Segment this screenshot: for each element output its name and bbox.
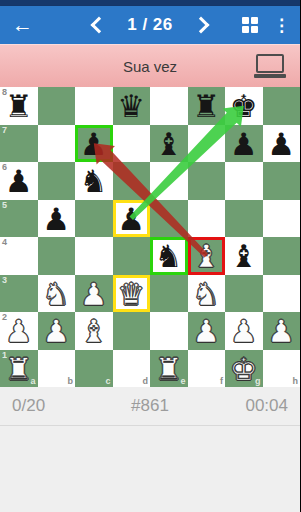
square-b2[interactable]: ♟ (38, 312, 76, 350)
square-h6[interactable] (263, 162, 301, 200)
previous-puzzle-icon[interactable] (91, 17, 108, 34)
timer: 00:04 (196, 396, 288, 416)
square-c1[interactable]: c (75, 350, 113, 388)
square-c8[interactable] (75, 87, 113, 125)
file-label-b: b (68, 377, 74, 386)
file-label-g: g (255, 377, 261, 386)
puzzle-pager: 1 / 26 (93, 15, 207, 35)
square-g8[interactable]: ♚ (225, 87, 263, 125)
square-f7[interactable] (188, 125, 226, 163)
square-h8[interactable] (263, 87, 301, 125)
square-f6[interactable] (188, 162, 226, 200)
square-e1[interactable]: e♜ (150, 350, 188, 388)
piece-black-pawn-d5[interactable]: ♟ (113, 200, 151, 238)
rank-label-1: 1 (2, 351, 7, 360)
piece-white-pawn-f2[interactable]: ♟ (188, 312, 226, 350)
square-a3[interactable]: 3 (0, 275, 38, 313)
square-a8[interactable]: 8♜ (0, 87, 38, 125)
square-d5[interactable]: ♟ (113, 200, 151, 238)
square-h5[interactable] (263, 200, 301, 238)
rank-label-8: 8 (2, 88, 7, 97)
overflow-menu-icon[interactable]: ⋮ (273, 17, 290, 34)
square-c5[interactable] (75, 200, 113, 238)
square-g1[interactable]: g♚ (225, 350, 263, 388)
square-f1[interactable]: f (188, 350, 226, 388)
piece-black-bishop-e7[interactable]: ♝ (150, 125, 188, 163)
puzzle-position-label: 1 / 26 (127, 15, 173, 35)
piece-black-pawn-g7[interactable]: ♟ (225, 125, 263, 163)
square-c6[interactable]: ♞ (75, 162, 113, 200)
piece-white-pawn-g2[interactable]: ♟ (225, 312, 263, 350)
square-g6[interactable] (225, 162, 263, 200)
square-d3[interactable]: ♛ (113, 275, 151, 313)
square-e2[interactable] (150, 312, 188, 350)
piece-black-pawn-h7[interactable]: ♟ (263, 125, 301, 163)
file-label-h: h (293, 377, 299, 386)
board-grid: 8♜♛♜♚7♟♝♟♟6♟♞5♟♟4♞♝♝3♞♟♛♞2♟♟♝♟♟♟1a♜bcde♜… (0, 87, 300, 387)
piece-white-pawn-b2[interactable]: ♟ (38, 312, 76, 350)
square-d1[interactable]: d (113, 350, 151, 388)
file-label-f: f (220, 377, 223, 386)
square-c3[interactable]: ♟ (75, 275, 113, 313)
square-b3[interactable]: ♞ (38, 275, 76, 313)
stats-bar: 0/20 #861 00:04 (0, 387, 300, 425)
square-e4[interactable]: ♞ (150, 237, 188, 275)
piece-white-bishop-c2[interactable]: ♝ (75, 312, 113, 350)
square-g4[interactable]: ♝ (225, 237, 263, 275)
square-a5[interactable]: 5 (0, 200, 38, 238)
piece-white-knight-b3[interactable]: ♞ (38, 275, 76, 313)
square-b1[interactable]: b (38, 350, 76, 388)
turn-banner: Sua vez (0, 44, 300, 87)
square-g2[interactable]: ♟ (225, 312, 263, 350)
piece-white-pawn-c3[interactable]: ♟ (75, 275, 113, 313)
file-label-e: e (180, 377, 185, 386)
computer-icon (254, 54, 286, 78)
square-a1[interactable]: 1a♜ (0, 350, 38, 388)
grid-menu-icon[interactable] (242, 17, 258, 33)
top-navigation-bar: ← 1 / 26 ⋮ (0, 6, 300, 44)
square-b8[interactable] (38, 87, 76, 125)
square-c7[interactable]: ♟ (75, 125, 113, 163)
square-c4[interactable] (75, 237, 113, 275)
file-label-d: d (143, 377, 149, 386)
puzzle-number: #861 (104, 396, 196, 416)
square-f8[interactable]: ♜ (188, 87, 226, 125)
square-h4[interactable] (263, 237, 301, 275)
square-b6[interactable] (38, 162, 76, 200)
square-h7[interactable]: ♟ (263, 125, 301, 163)
chess-board: 8♜♛♜♚7♟♝♟♟6♟♞5♟♟4♞♝♝3♞♟♛♞2♟♟♝♟♟♟1a♜bcde♜… (0, 87, 300, 387)
piece-black-knight-c6[interactable]: ♞ (75, 162, 113, 200)
square-b5[interactable]: ♟ (38, 200, 76, 238)
piece-black-pawn-c7[interactable]: ♟ (75, 125, 113, 163)
square-f2[interactable]: ♟ (188, 312, 226, 350)
rank-label-5: 5 (2, 201, 7, 210)
square-a2[interactable]: 2♟ (0, 312, 38, 350)
next-puzzle-icon[interactable] (192, 17, 209, 34)
square-a6[interactable]: 6♟ (0, 162, 38, 200)
square-a7[interactable]: 7 (0, 125, 38, 163)
piece-white-bishop-f4[interactable]: ♝ (188, 237, 226, 275)
square-e8[interactable] (150, 87, 188, 125)
app-screen: ← 1 / 26 ⋮ Sua vez 8♜♛♜♚7♟♝♟♟6♟♞5♟♟4♞♝♝3… (0, 0, 300, 512)
score-counter: 0/20 (12, 396, 104, 416)
square-e5[interactable] (150, 200, 188, 238)
square-d7[interactable] (113, 125, 151, 163)
piece-black-king-g8[interactable]: ♚ (225, 87, 263, 125)
square-d8[interactable]: ♛ (113, 87, 151, 125)
square-a4[interactable]: 4 (0, 237, 38, 275)
square-f5[interactable] (188, 200, 226, 238)
square-f4[interactable]: ♝ (188, 237, 226, 275)
turn-message: Sua vez (123, 58, 177, 75)
piece-black-knight-e4[interactable]: ♞ (150, 237, 188, 275)
square-d2[interactable] (113, 312, 151, 350)
file-label-c: c (105, 377, 110, 386)
square-h1[interactable]: h (263, 350, 301, 388)
square-b7[interactable] (38, 125, 76, 163)
rank-label-4: 4 (2, 238, 7, 247)
square-h3[interactable] (263, 275, 301, 313)
square-g5[interactable] (225, 200, 263, 238)
square-e7[interactable]: ♝ (150, 125, 188, 163)
square-g7[interactable]: ♟ (225, 125, 263, 163)
empty-area (0, 426, 300, 512)
square-d6[interactable] (113, 162, 151, 200)
piece-white-pawn-h2[interactable]: ♟ (263, 312, 301, 350)
square-b4[interactable] (38, 237, 76, 275)
piece-black-rook-f8[interactable]: ♜ (188, 87, 226, 125)
square-f3[interactable]: ♞ (188, 275, 226, 313)
rank-label-6: 6 (2, 163, 7, 172)
square-e6[interactable] (150, 162, 188, 200)
piece-white-queen-d3[interactable]: ♛ (113, 275, 151, 313)
square-h2[interactable]: ♟ (263, 312, 301, 350)
piece-white-knight-f3[interactable]: ♞ (188, 275, 226, 313)
piece-black-pawn-b5[interactable]: ♟ (38, 200, 76, 238)
rank-label-2: 2 (2, 313, 7, 322)
back-icon[interactable]: ← (12, 14, 33, 35)
piece-black-bishop-g4[interactable]: ♝ (225, 237, 263, 275)
file-label-a: a (30, 377, 35, 386)
piece-black-queen-d8[interactable]: ♛ (113, 87, 151, 125)
square-d4[interactable] (113, 237, 151, 275)
square-e3[interactable] (150, 275, 188, 313)
square-c2[interactable]: ♝ (75, 312, 113, 350)
square-g3[interactable] (225, 275, 263, 313)
rank-label-3: 3 (2, 276, 7, 285)
rank-label-7: 7 (2, 126, 7, 135)
